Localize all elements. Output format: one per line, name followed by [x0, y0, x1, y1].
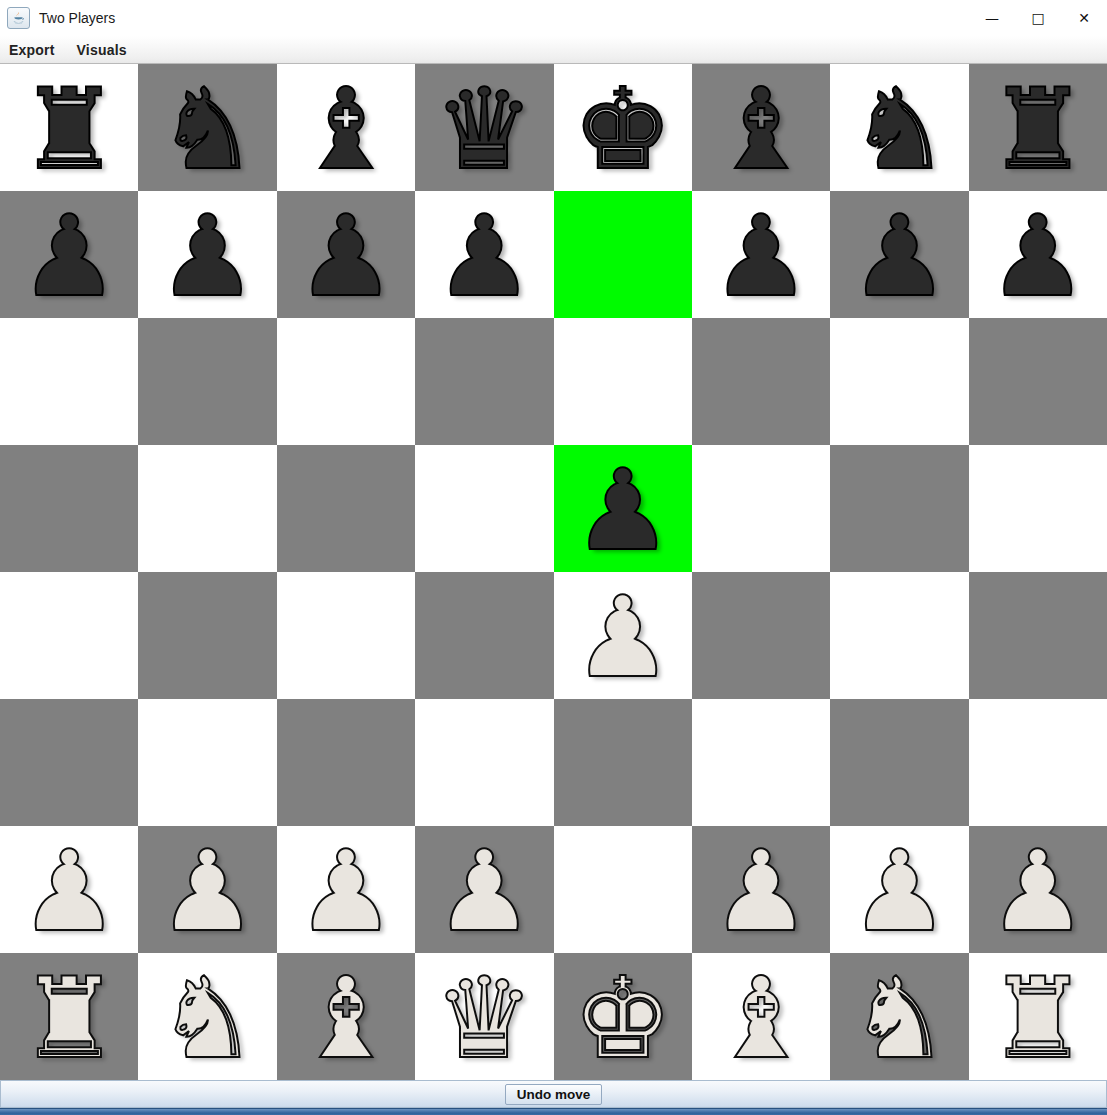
square-c7[interactable]: ♟ — [277, 191, 415, 318]
menubar: Export Visuals — [0, 36, 1107, 64]
square-a5[interactable] — [0, 445, 138, 572]
piece-black-rook: ♜ — [19, 67, 119, 191]
maximize-button[interactable]: □ — [1015, 0, 1061, 36]
piece-white-pawn: ♟ — [296, 829, 396, 953]
piece-black-pawn: ♟ — [849, 194, 949, 318]
piece-white-rook: ♜ — [19, 956, 119, 1080]
square-f8[interactable]: ♝ — [692, 64, 830, 191]
square-d8[interactable]: ♛ — [415, 64, 553, 191]
square-b7[interactable]: ♟ — [138, 191, 276, 318]
chess-board: ♜♞♝♛♚♝♞♜♟♟♟♟♟♟♟♟♟♟♟♟♟♟♟♟♜♞♝♛♚♝♞♜ — [0, 64, 1107, 1080]
piece-white-pawn: ♟ — [988, 829, 1088, 953]
piece-white-king: ♚ — [572, 956, 672, 1080]
square-e7[interactable] — [554, 191, 692, 318]
square-e8[interactable]: ♚ — [554, 64, 692, 191]
square-h7[interactable]: ♟ — [969, 191, 1107, 318]
square-h1[interactable]: ♜ — [969, 953, 1107, 1080]
square-d7[interactable]: ♟ — [415, 191, 553, 318]
square-c1[interactable]: ♝ — [277, 953, 415, 1080]
piece-black-pawn: ♟ — [434, 194, 534, 318]
undo-move-button[interactable]: Undo move — [505, 1084, 603, 1105]
square-a6[interactable] — [0, 318, 138, 445]
piece-black-knight: ♞ — [849, 67, 949, 191]
square-f4[interactable] — [692, 572, 830, 699]
square-h5[interactable] — [969, 445, 1107, 572]
square-d5[interactable] — [415, 445, 553, 572]
square-e1[interactable]: ♚ — [554, 953, 692, 1080]
square-f7[interactable]: ♟ — [692, 191, 830, 318]
square-h6[interactable] — [969, 318, 1107, 445]
square-g6[interactable] — [830, 318, 968, 445]
piece-black-pawn: ♟ — [19, 194, 119, 318]
square-f5[interactable] — [692, 445, 830, 572]
square-e6[interactable] — [554, 318, 692, 445]
square-a8[interactable]: ♜ — [0, 64, 138, 191]
square-c4[interactable] — [277, 572, 415, 699]
minimize-button[interactable]: — — [969, 0, 1015, 36]
piece-black-pawn: ♟ — [711, 194, 811, 318]
square-f1[interactable]: ♝ — [692, 953, 830, 1080]
square-b2[interactable]: ♟ — [138, 826, 276, 953]
square-g3[interactable] — [830, 699, 968, 826]
square-a3[interactable] — [0, 699, 138, 826]
square-d2[interactable]: ♟ — [415, 826, 553, 953]
square-a4[interactable] — [0, 572, 138, 699]
piece-white-pawn: ♟ — [19, 829, 119, 953]
square-d3[interactable] — [415, 699, 553, 826]
piece-white-knight: ♞ — [157, 956, 257, 1080]
square-g7[interactable]: ♟ — [830, 191, 968, 318]
square-b6[interactable] — [138, 318, 276, 445]
piece-black-queen: ♛ — [434, 67, 534, 191]
bottom-panel: Undo move — [0, 1080, 1107, 1108]
titlebar: Two Players — □ ✕ — [0, 0, 1107, 36]
square-g5[interactable] — [830, 445, 968, 572]
square-g2[interactable]: ♟ — [830, 826, 968, 953]
square-b3[interactable] — [138, 699, 276, 826]
square-e5[interactable]: ♟ — [554, 445, 692, 572]
square-h8[interactable]: ♜ — [969, 64, 1107, 191]
square-a2[interactable]: ♟ — [0, 826, 138, 953]
square-b8[interactable]: ♞ — [138, 64, 276, 191]
square-d6[interactable] — [415, 318, 553, 445]
square-f2[interactable]: ♟ — [692, 826, 830, 953]
square-f3[interactable] — [692, 699, 830, 826]
piece-white-bishop: ♝ — [711, 956, 811, 1080]
piece-white-bishop: ♝ — [296, 956, 396, 1080]
square-g4[interactable] — [830, 572, 968, 699]
piece-black-pawn: ♟ — [572, 448, 672, 572]
menu-item-visuals[interactable]: Visuals — [77, 42, 127, 58]
square-h3[interactable] — [969, 699, 1107, 826]
java-coffee-cup-icon — [7, 7, 30, 29]
square-d4[interactable] — [415, 572, 553, 699]
square-g1[interactable]: ♞ — [830, 953, 968, 1080]
square-e3[interactable] — [554, 699, 692, 826]
square-a1[interactable]: ♜ — [0, 953, 138, 1080]
piece-white-pawn: ♟ — [572, 575, 672, 699]
square-c3[interactable] — [277, 699, 415, 826]
square-h4[interactable] — [969, 572, 1107, 699]
square-d1[interactable]: ♛ — [415, 953, 553, 1080]
piece-black-bishop: ♝ — [296, 67, 396, 191]
square-b5[interactable] — [138, 445, 276, 572]
piece-white-rook: ♜ — [988, 956, 1088, 1080]
piece-white-pawn: ♟ — [711, 829, 811, 953]
piece-black-rook: ♜ — [988, 67, 1088, 191]
app-window: Two Players — □ ✕ Export Visuals ♜♞♝♛♚♝♞… — [0, 0, 1107, 1115]
piece-black-knight: ♞ — [157, 67, 257, 191]
square-c8[interactable]: ♝ — [277, 64, 415, 191]
piece-white-pawn: ♟ — [849, 829, 949, 953]
square-b1[interactable]: ♞ — [138, 953, 276, 1080]
piece-white-pawn: ♟ — [434, 829, 534, 953]
square-a7[interactable]: ♟ — [0, 191, 138, 318]
close-button[interactable]: ✕ — [1061, 0, 1107, 36]
piece-black-pawn: ♟ — [988, 194, 1088, 318]
piece-black-pawn: ♟ — [157, 194, 257, 318]
square-f6[interactable] — [692, 318, 830, 445]
window-title: Two Players — [39, 10, 115, 26]
piece-white-pawn: ♟ — [157, 829, 257, 953]
window-controls: — □ ✕ — [969, 0, 1107, 36]
square-e2[interactable] — [554, 826, 692, 953]
piece-white-knight: ♞ — [849, 956, 949, 1080]
square-g8[interactable]: ♞ — [830, 64, 968, 191]
square-e4[interactable]: ♟ — [554, 572, 692, 699]
piece-black-bishop: ♝ — [711, 67, 811, 191]
square-c5[interactable] — [277, 445, 415, 572]
bottom-strip — [0, 1108, 1107, 1115]
piece-black-king: ♚ — [572, 67, 672, 191]
piece-white-queen: ♛ — [434, 956, 534, 1080]
square-c6[interactable] — [277, 318, 415, 445]
square-h2[interactable]: ♟ — [969, 826, 1107, 953]
menu-item-export[interactable]: Export — [9, 42, 55, 58]
square-b4[interactable] — [138, 572, 276, 699]
piece-black-pawn: ♟ — [296, 194, 396, 318]
square-c2[interactable]: ♟ — [277, 826, 415, 953]
